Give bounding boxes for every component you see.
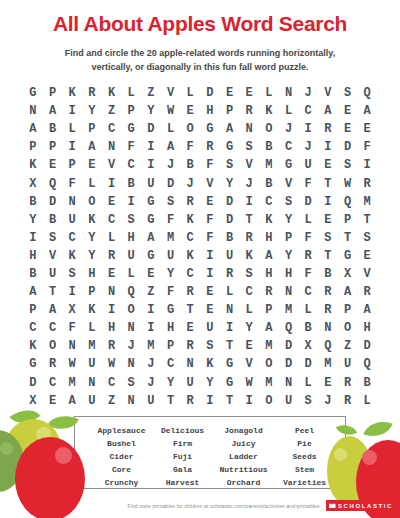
grid-cell: N: [121, 392, 141, 410]
grid-cell: H: [102, 319, 122, 337]
grid-cell: A: [357, 301, 377, 319]
grid-cell: D: [23, 374, 43, 392]
grid-cell: J: [318, 392, 338, 410]
grid-cell: Y: [200, 374, 220, 392]
grid-cell: E: [200, 283, 220, 301]
grid-cell: R: [338, 392, 358, 410]
grid-cell: D: [43, 193, 63, 211]
grid-cell: S: [220, 156, 240, 174]
grid-cell: T: [180, 301, 200, 319]
grid-cell: R: [82, 84, 102, 102]
grid-cell: L: [82, 174, 102, 192]
grid-cell: W: [62, 355, 82, 373]
grid-cell: F: [62, 319, 82, 337]
grid-cell: U: [298, 156, 318, 174]
grid-cell: J: [141, 355, 161, 373]
grid-cell: I: [102, 174, 122, 192]
grid-cell: U: [121, 247, 141, 265]
word-item: Jonagold: [213, 424, 274, 437]
grid-cell: W: [239, 374, 259, 392]
grid-cell: M: [259, 374, 279, 392]
grid-cell: V: [239, 355, 259, 373]
grid-cell: Q: [357, 84, 377, 102]
grid-cell: N: [121, 355, 141, 373]
grid-cell: A: [161, 138, 181, 156]
grid-cell: N: [220, 301, 240, 319]
grid-cell: A: [259, 247, 279, 265]
grid-cell: E: [239, 337, 259, 355]
grid-cell: U: [82, 355, 102, 373]
grid-cell: L: [180, 84, 200, 102]
grid-cell: E: [200, 301, 220, 319]
grid-cell: U: [338, 355, 358, 373]
grid-cell: R: [180, 392, 200, 410]
grid-cell: P: [338, 301, 358, 319]
grid-cell: F: [161, 211, 181, 229]
grid-cell: E: [239, 84, 259, 102]
grid-cell: R: [318, 301, 338, 319]
grid-cell: G: [279, 156, 299, 174]
grid-cell: R: [220, 265, 240, 283]
grid-cell: X: [298, 337, 318, 355]
grid-cell: O: [259, 355, 279, 373]
grid-cell: S: [121, 374, 141, 392]
grid-cell: Q: [318, 337, 338, 355]
grid-cell: U: [200, 319, 220, 337]
grid-cell: F: [121, 138, 141, 156]
grid-cell: V: [102, 156, 122, 174]
grid-cell: U: [141, 174, 161, 192]
grid-cell: O: [259, 392, 279, 410]
grid-cell: A: [43, 301, 63, 319]
grid-cell: C: [239, 283, 259, 301]
word-item: Ladder: [213, 450, 274, 463]
apple-highlight: [334, 448, 347, 461]
grid-cell: P: [43, 138, 63, 156]
grid-cell: P: [338, 211, 358, 229]
grid-cell: S: [239, 138, 259, 156]
grid-cell: B: [180, 156, 200, 174]
grid-cell: U: [141, 392, 161, 410]
grid-cell: N: [279, 283, 299, 301]
word-item: Applesauce: [91, 424, 152, 437]
word-item: Delicious: [152, 424, 213, 437]
grid-cell: C: [102, 374, 122, 392]
grid-cell: L: [239, 301, 259, 319]
footer: Find more printables for children at sch…: [128, 500, 397, 511]
grid-cell: I: [141, 301, 161, 319]
grid-cell: Z: [141, 283, 161, 301]
grid-cell: L: [121, 265, 141, 283]
grid-cell: B: [23, 193, 43, 211]
grid-cell: J: [141, 374, 161, 392]
grid-cell: H: [23, 247, 43, 265]
grid-cell: Y: [220, 174, 240, 192]
grid-cell: I: [62, 283, 82, 301]
grid-cell: T: [318, 247, 338, 265]
grid-cell: Y: [161, 374, 181, 392]
grid-cell: A: [23, 283, 43, 301]
grid-cell: R: [318, 283, 338, 301]
grid-cell: U: [220, 247, 240, 265]
grid-cell: M: [259, 337, 279, 355]
grid-cell: Y: [23, 211, 43, 229]
grid-cell: C: [259, 193, 279, 211]
grid-cell: M: [279, 301, 299, 319]
grid-cell: B: [43, 120, 63, 138]
grid-cell: K: [62, 84, 82, 102]
grid-cell: X: [23, 174, 43, 192]
scholastic-logo-text: SCHOLASTIC: [338, 503, 393, 509]
grid-cell: S: [239, 265, 259, 283]
grid-cell: N: [318, 319, 338, 337]
grid-cell: R: [102, 337, 122, 355]
grid-cell: T: [43, 283, 63, 301]
grid-cell: O: [82, 193, 102, 211]
grid-cell: T: [318, 174, 338, 192]
grid-cell: H: [82, 265, 102, 283]
grid-cell: K: [82, 301, 102, 319]
grid-cell: F: [298, 174, 318, 192]
grid-cell: I: [220, 319, 240, 337]
grid-cell: B: [23, 265, 43, 283]
grid-cell: Q: [121, 283, 141, 301]
grid-cell: I: [239, 193, 259, 211]
grid-cell: M: [318, 355, 338, 373]
word-list-column: JonagoldJuicyLadderNutritiousOrchard: [213, 424, 274, 488]
grid-cell: C: [43, 319, 63, 337]
apple-highlight: [0, 442, 13, 455]
grid-cell: E: [318, 374, 338, 392]
grid-cell: J: [180, 174, 200, 192]
grid-cell: E: [357, 247, 377, 265]
word-item: Bushel: [91, 437, 152, 450]
grid-cell: U: [180, 374, 200, 392]
grid-cell: N: [279, 374, 299, 392]
grid-cell: D: [279, 355, 299, 373]
grid-cell: T: [161, 392, 181, 410]
grid-cell: K: [102, 84, 122, 102]
grid-cell: G: [141, 211, 161, 229]
grid-cell: E: [102, 193, 122, 211]
grid-cell: D: [279, 337, 299, 355]
grid-cell: A: [318, 102, 338, 120]
grid-cell: S: [279, 193, 299, 211]
grid-cell: B: [259, 174, 279, 192]
grid-cell: L: [82, 319, 102, 337]
grid-cell: V: [318, 84, 338, 102]
grid-cell: H: [200, 102, 220, 120]
grid-cell: A: [259, 319, 279, 337]
grid-cell: G: [220, 374, 240, 392]
grid-cell: D: [220, 211, 240, 229]
grid-cell: F: [200, 211, 220, 229]
grid-cell: S: [298, 392, 318, 410]
grid-cell: R: [43, 355, 63, 373]
grid-cell: Z: [102, 102, 122, 120]
grid-cell: R: [180, 283, 200, 301]
grid-cell: G: [338, 247, 358, 265]
grid-cell: I: [200, 265, 220, 283]
grid-cell: K: [239, 247, 259, 265]
word-item: Seeds: [274, 450, 335, 463]
grid-cell: W: [161, 102, 181, 120]
grid-cell: T: [357, 211, 377, 229]
grid-cell: L: [62, 120, 82, 138]
grid-cell: I: [23, 229, 43, 247]
grid-cell: C: [23, 319, 43, 337]
grid-cell: M: [161, 229, 181, 247]
page-title: All About Apples Word Search: [0, 12, 400, 36]
grid-cell: D: [161, 174, 181, 192]
grid-cell: F: [200, 156, 220, 174]
grid-cell: K: [82, 211, 102, 229]
word-item: Gala: [152, 463, 213, 476]
grid-cell: E: [318, 211, 338, 229]
grid-cell: C: [62, 229, 82, 247]
grid-cell: K: [23, 156, 43, 174]
grid-cell: R: [180, 193, 200, 211]
grid-cell: G: [141, 193, 161, 211]
grid-cell: O: [43, 337, 63, 355]
subtitle-line-1: Find and circle the 20 apple-related wor…: [0, 48, 400, 58]
grid-cell: B: [121, 174, 141, 192]
word-item: Firm: [152, 437, 213, 450]
grid-cell: L: [121, 84, 141, 102]
grid-cell: R: [180, 337, 200, 355]
grid-cell: I: [200, 392, 220, 410]
grid-cell: N: [62, 193, 82, 211]
grid-cell: F: [298, 229, 318, 247]
book-icon: [329, 503, 336, 508]
grid-cell: D: [220, 193, 240, 211]
word-item: Core: [91, 463, 152, 476]
grid-cell: S: [62, 265, 82, 283]
grid-cell: O: [121, 301, 141, 319]
grid-cell: K: [259, 102, 279, 120]
grid-cell: P: [43, 84, 63, 102]
grid-cell: Y: [239, 319, 259, 337]
grid-cell: I: [62, 138, 82, 156]
grid-cell: G: [161, 301, 181, 319]
grid-cell: S: [338, 156, 358, 174]
grid-cell: Y: [279, 247, 299, 265]
grid-cell: B: [357, 374, 377, 392]
grid-cell: G: [23, 355, 43, 373]
grid-cell: Z: [141, 84, 161, 102]
grid-cell: P: [121, 102, 141, 120]
word-item: Stem: [274, 463, 335, 476]
grid-cell: L: [102, 229, 122, 247]
grid-cell: R: [298, 247, 318, 265]
grid-cell: A: [82, 138, 102, 156]
grid-cell: L: [298, 374, 318, 392]
grid-cell: X: [62, 301, 82, 319]
grid-cell: V: [357, 265, 377, 283]
grid-cell: T: [220, 392, 240, 410]
grid-cell: O: [259, 120, 279, 138]
grid-cell: E: [180, 319, 200, 337]
grid-cell: T: [220, 337, 240, 355]
grid-cell: G: [121, 120, 141, 138]
grid-cell: C: [180, 229, 200, 247]
grid-cell: C: [279, 138, 299, 156]
grid-cell: Y: [82, 229, 102, 247]
grid-cell: K: [259, 211, 279, 229]
grid-cell: Y: [279, 211, 299, 229]
grid-cell: Q: [357, 355, 377, 373]
grid-cell: D: [357, 337, 377, 355]
grid-cell: B: [318, 265, 338, 283]
grid-cell: M: [62, 374, 82, 392]
grid-cell: R: [318, 120, 338, 138]
grid-cell: L: [298, 301, 318, 319]
grid-cell: A: [62, 392, 82, 410]
grid-cell: N: [180, 355, 200, 373]
grid-cell: P: [23, 301, 43, 319]
grid-cell: X: [23, 392, 43, 410]
grid-cell: J: [161, 156, 181, 174]
word-item: Harvest: [152, 476, 213, 489]
word-item: Cider: [91, 450, 152, 463]
grid-cell: F: [62, 174, 82, 192]
grid-cell: U: [62, 211, 82, 229]
grid-cell: F: [161, 283, 181, 301]
grid-cell: Y: [82, 102, 102, 120]
grid-cell: H: [121, 229, 141, 247]
grid-cell: W: [102, 355, 122, 373]
grid-cell: K: [62, 247, 82, 265]
subtitle-line-2: vertically, or diagonally in this fun fa…: [0, 62, 400, 72]
grid-cell: P: [161, 337, 181, 355]
grid-cell: V: [43, 247, 63, 265]
word-list-column: ApplesauceBushelCiderCoreCrunchy: [91, 424, 152, 488]
word-item: Peel: [274, 424, 335, 437]
grid-cell: F: [180, 138, 200, 156]
grid-cell: I: [121, 193, 141, 211]
grid-cell: N: [23, 102, 43, 120]
grid-cell: H: [161, 319, 181, 337]
grid-cell: R: [338, 374, 358, 392]
grid-cell: K: [180, 247, 200, 265]
grid-cell: P: [62, 156, 82, 174]
grid-cell: T: [338, 229, 358, 247]
word-item: Nutritious: [213, 463, 274, 476]
grid-cell: V: [200, 174, 220, 192]
grid-cell: G: [200, 120, 220, 138]
grid-cell: D: [298, 193, 318, 211]
grid-cell: G: [141, 247, 161, 265]
grid-cell: J: [279, 120, 299, 138]
grid-cell: P: [82, 283, 102, 301]
grid-cell: K: [180, 211, 200, 229]
grid-cell: Q: [43, 174, 63, 192]
grid-cell: E: [43, 156, 63, 174]
grid-cell: R: [239, 229, 259, 247]
grid-cell: Q: [279, 319, 299, 337]
grid-cell: E: [357, 120, 377, 138]
grid-cell: I: [141, 138, 161, 156]
grid-cell: R: [357, 174, 377, 192]
grid-cell: R: [357, 283, 377, 301]
grid-cell: C: [102, 211, 122, 229]
grid-cell: C: [161, 355, 181, 373]
grid-cell: S: [357, 229, 377, 247]
grid-cell: U: [279, 392, 299, 410]
grid-cell: L: [259, 84, 279, 102]
grid-cell: E: [200, 193, 220, 211]
grid-cell: C: [298, 102, 318, 120]
grid-cell: N: [239, 120, 259, 138]
grid-cell: R: [102, 247, 122, 265]
grid-cell: E: [220, 84, 240, 102]
word-item: Crunchy: [91, 476, 152, 489]
grid-cell: I: [141, 156, 161, 174]
grid-cell: P: [82, 120, 102, 138]
grid-cell: L: [298, 211, 318, 229]
grid-cell: Y: [141, 102, 161, 120]
word-list-column: DeliciousFirmFujiGalaHarvest: [152, 424, 213, 488]
grid-cell: G: [220, 138, 240, 156]
grid-cell: E: [180, 102, 200, 120]
leaf-icon: [363, 415, 392, 442]
grid-cell: N: [279, 84, 299, 102]
grid-cell: F: [298, 265, 318, 283]
grid-cell: B: [298, 319, 318, 337]
grid-cell: L: [357, 392, 377, 410]
grid-cell: E: [338, 102, 358, 120]
footer-credit-text: Find more printables for children at sch…: [128, 503, 320, 509]
grid-cell: A: [220, 120, 240, 138]
grid-cell: M: [82, 337, 102, 355]
grid-cell: G: [23, 84, 43, 102]
word-item: Pie: [274, 437, 335, 450]
grid-cell: D: [338, 138, 358, 156]
grid-cell: I: [102, 301, 122, 319]
grid-cell: Y: [82, 247, 102, 265]
grid-cell: S: [200, 337, 220, 355]
grid-cell: A: [357, 102, 377, 120]
grid-cell: I: [357, 156, 377, 174]
grid-cell: S: [318, 229, 338, 247]
grid-cell: H: [259, 265, 279, 283]
grid-cell: U: [43, 265, 63, 283]
grid-cell: H: [259, 229, 279, 247]
grid-cell: I: [318, 138, 338, 156]
grid-cell: S: [338, 84, 358, 102]
worksheet-page: All About Apples Word Search Find and ci…: [0, 0, 400, 518]
grid-cell: S: [161, 193, 181, 211]
grid-cell: L: [220, 283, 240, 301]
grid-cell: V: [239, 156, 259, 174]
grid-cell: H: [357, 319, 377, 337]
grid-cell: E: [318, 156, 338, 174]
grid-cell: Z: [102, 392, 122, 410]
word-search-grid: GPKRKLZVLDEELNJVSQNAIYZPYWEHPRKLCAEAABLP…: [23, 84, 377, 410]
grid-cell: C: [121, 156, 141, 174]
grid-cell: R: [200, 138, 220, 156]
grid-cell: S: [43, 229, 63, 247]
grid-cell: W: [338, 174, 358, 192]
grid-cell: J: [298, 84, 318, 102]
grid-cell: U: [82, 392, 102, 410]
grid-cell: U: [161, 247, 181, 265]
grid-cell: J: [298, 138, 318, 156]
grid-cell: B: [220, 229, 240, 247]
grid-cell: E: [141, 265, 161, 283]
grid-cell: Y: [161, 265, 181, 283]
grid-cell: I: [298, 120, 318, 138]
